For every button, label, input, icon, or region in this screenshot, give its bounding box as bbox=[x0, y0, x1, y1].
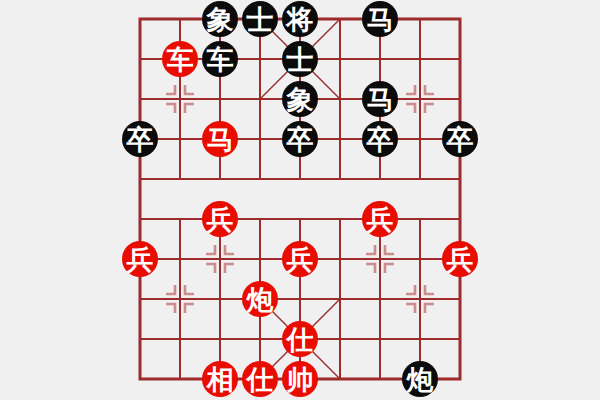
board-point-7-9: 炮 bbox=[400, 359, 440, 399]
board-point-1-1: 车 bbox=[160, 39, 200, 79]
piece-red-general[interactable]: 帅 bbox=[282, 361, 318, 397]
board-point-2-3: 马 bbox=[200, 119, 240, 159]
board-point-3-7: 炮 bbox=[240, 279, 280, 319]
board-point-4-6: 兵 bbox=[280, 239, 320, 279]
board-point-6-0: 马 bbox=[360, 0, 400, 39]
piece-black-general[interactable]: 将 bbox=[282, 1, 318, 37]
board-point-2-0: 象 bbox=[200, 0, 240, 39]
board-point-6-5: 兵 bbox=[360, 199, 400, 239]
board-point-6-2: 马 bbox=[360, 79, 400, 119]
board-point-8-3: 卒 bbox=[440, 119, 480, 159]
piece-black-advisor[interactable]: 士 bbox=[282, 41, 318, 77]
piece-red-cannon[interactable]: 炮 bbox=[242, 281, 278, 317]
board-point-3-9: 仕 bbox=[240, 359, 280, 399]
board-point-2-5: 兵 bbox=[200, 199, 240, 239]
board-point-4-2: 象 bbox=[280, 79, 320, 119]
piece-red-pawn[interactable]: 兵 bbox=[202, 201, 238, 237]
board-point-4-9: 帅 bbox=[280, 359, 320, 399]
piece-black-cannon[interactable]: 炮 bbox=[402, 361, 438, 397]
board-point-4-8: 仕 bbox=[280, 319, 320, 359]
board-point-3-0: 士 bbox=[240, 0, 280, 39]
board-point-4-1: 士 bbox=[280, 39, 320, 79]
board-point-4-3: 卒 bbox=[280, 119, 320, 159]
xiangqi-app: 象士将马车车士象马卒马卒卒卒兵兵兵兵兵炮仕相仕帅炮 bbox=[0, 0, 600, 400]
piece-red-pawn[interactable]: 兵 bbox=[362, 201, 398, 237]
board-point-0-3: 卒 bbox=[120, 119, 160, 159]
piece-black-advisor[interactable]: 士 bbox=[242, 1, 278, 37]
piece-black-pawn[interactable]: 卒 bbox=[362, 121, 398, 157]
piece-black-pawn[interactable]: 卒 bbox=[282, 121, 318, 157]
piece-red-pawn[interactable]: 兵 bbox=[282, 241, 318, 277]
piece-red-elephant[interactable]: 相 bbox=[202, 361, 238, 397]
piece-red-chariot[interactable]: 车 bbox=[162, 41, 198, 77]
piece-red-advisor[interactable]: 仕 bbox=[282, 321, 318, 357]
piece-black-elephant[interactable]: 象 bbox=[202, 1, 238, 37]
board-point-0-6: 兵 bbox=[120, 239, 160, 279]
piece-black-pawn[interactable]: 卒 bbox=[442, 121, 478, 157]
piece-red-pawn[interactable]: 兵 bbox=[122, 241, 158, 277]
board-point-6-3: 卒 bbox=[360, 119, 400, 159]
xiangqi-board[interactable]: 象士将马车车士象马卒马卒卒卒兵兵兵兵兵炮仕相仕帅炮 bbox=[120, 0, 480, 399]
board-point-2-1: 车 bbox=[200, 39, 240, 79]
piece-black-elephant[interactable]: 象 bbox=[282, 81, 318, 117]
piece-red-pawn[interactable]: 兵 bbox=[442, 241, 478, 277]
piece-black-horse[interactable]: 马 bbox=[362, 81, 398, 117]
board-point-8-6: 兵 bbox=[440, 239, 480, 279]
board-point-4-0: 将 bbox=[280, 0, 320, 39]
piece-black-horse[interactable]: 马 bbox=[362, 1, 398, 37]
piece-red-horse[interactable]: 马 bbox=[202, 121, 238, 157]
piece-black-pawn[interactable]: 卒 bbox=[122, 121, 158, 157]
piece-red-advisor[interactable]: 仕 bbox=[242, 361, 278, 397]
piece-black-chariot[interactable]: 车 bbox=[202, 41, 238, 77]
board-point-2-9: 相 bbox=[200, 359, 240, 399]
